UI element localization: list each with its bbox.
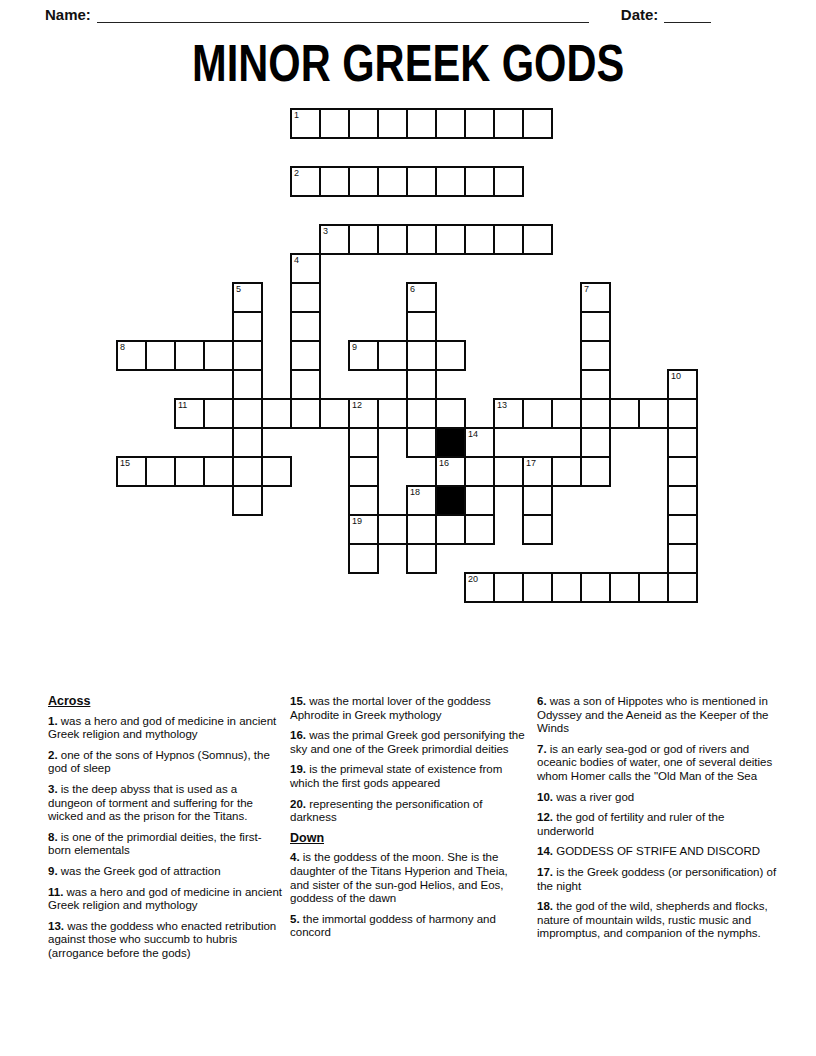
grid-cell[interactable] — [203, 340, 234, 371]
grid-cell[interactable]: 3 — [319, 224, 350, 255]
grid-cell[interactable] — [232, 340, 263, 371]
across-header: Across — [48, 695, 284, 709]
grid-cell[interactable] — [406, 340, 437, 371]
grid-cell[interactable] — [232, 398, 263, 429]
grid-cell[interactable]: 16 — [435, 456, 466, 487]
grid-cell[interactable] — [435, 224, 466, 255]
grid-cell[interactable] — [174, 340, 205, 371]
grid-cell[interactable] — [319, 108, 350, 139]
cell-number: 5 — [236, 284, 241, 294]
grid-cell[interactable]: 8 — [116, 340, 147, 371]
grid-cell[interactable] — [348, 108, 379, 139]
clue-3-across: 3. is the deep abyss that is used as a d… — [48, 783, 284, 824]
grid-cell[interactable] — [319, 398, 350, 429]
cell-number: 17 — [526, 458, 536, 468]
cell-number: 3 — [323, 226, 328, 236]
clue-19-across: 19. is the primeval state of existence f… — [290, 763, 530, 790]
grid-cell[interactable] — [406, 427, 437, 458]
cell-number: 4 — [294, 255, 299, 265]
grid-cell[interactable] — [145, 340, 176, 371]
grid-cell[interactable] — [464, 485, 495, 516]
clue-5-down: 5. the immortal goddess of harmony and c… — [290, 913, 530, 940]
grid-cell[interactable] — [290, 340, 321, 371]
grid-cell[interactable] — [348, 427, 379, 458]
grid-cell[interactable] — [377, 398, 408, 429]
grid-cell[interactable] — [203, 398, 234, 429]
grid-cell[interactable] — [319, 166, 350, 197]
grid-cell[interactable] — [580, 398, 611, 429]
grid-cell[interactable] — [551, 572, 582, 603]
grid-cell[interactable] — [580, 572, 611, 603]
worksheet-page: Name: Date: MINOR GREEK GODS 12345678910… — [0, 0, 816, 1056]
page-title: MINOR GREEK GODS — [192, 36, 624, 90]
grid-cell[interactable] — [464, 108, 495, 139]
grid-cell[interactable] — [290, 398, 321, 429]
grid-cell[interactable] — [377, 108, 408, 139]
grid-cell[interactable] — [551, 456, 582, 487]
cell-number: 10 — [671, 371, 681, 381]
grid-cell[interactable] — [580, 340, 611, 371]
grid-cell[interactable]: 17 — [522, 456, 553, 487]
grid-cell[interactable] — [435, 340, 466, 371]
grid-cell[interactable] — [464, 224, 495, 255]
cell-number: 18 — [410, 487, 420, 497]
clue-8-across: 8. is one of the primordial deities, the… — [48, 831, 284, 858]
grid-cell[interactable] — [464, 456, 495, 487]
grid-cell[interactable] — [580, 427, 611, 458]
grid-cell[interactable] — [261, 398, 292, 429]
cell-number: 16 — [439, 458, 449, 468]
grid-cell[interactable]: 7 — [580, 282, 611, 313]
grid-cell[interactable]: 11 — [174, 398, 205, 429]
grid-cell[interactable]: 18 — [406, 485, 437, 516]
cell-number: 2 — [294, 168, 299, 178]
clue-14-down: 14. GODDESS OF STRIFE AND DISCORD — [537, 845, 781, 859]
grid-cell[interactable] — [580, 311, 611, 342]
cell-number: 20 — [468, 574, 478, 584]
grid-cell[interactable] — [522, 572, 553, 603]
clue-4-down: 4. is the goddess of the moon. She is th… — [290, 851, 530, 905]
grid-cell[interactable] — [638, 572, 669, 603]
grid-cell[interactable]: 9 — [348, 340, 379, 371]
grid-cell[interactable] — [493, 572, 524, 603]
grid-cell[interactable] — [435, 108, 466, 139]
cell-number: 7 — [584, 284, 589, 294]
title-wrap: MINOR GREEK GODS — [0, 36, 816, 90]
grid-cell[interactable]: 15 — [116, 456, 147, 487]
clue-17-down: 17. is the Greek goddess (or personifica… — [537, 866, 781, 893]
grid-cell[interactable] — [377, 166, 408, 197]
grid-cell[interactable] — [377, 224, 408, 255]
grid-cell[interactable]: 6 — [406, 282, 437, 313]
grid-cell[interactable]: 12 — [348, 398, 379, 429]
clue-16-across: 16. was the primal Greek god personifyin… — [290, 729, 530, 756]
grid-cell[interactable] — [667, 572, 698, 603]
date-label: Date: — [621, 6, 659, 23]
grid-cell[interactable] — [232, 456, 263, 487]
grid-cell[interactable] — [348, 485, 379, 516]
name-input-line[interactable] — [97, 7, 589, 23]
grid-cell[interactable] — [174, 456, 205, 487]
clue-column-1: Across 1. was a hero and god of medicine… — [48, 695, 284, 968]
grid-cell[interactable]: 5 — [232, 282, 263, 313]
grid-cell[interactable] — [580, 456, 611, 487]
clue-15-across: 15. was the mortal lover of the goddess … — [290, 695, 530, 722]
clue-2-across: 2. one of the sons of Hypnos (Somnus), t… — [48, 749, 284, 776]
cell-number: 6 — [410, 284, 415, 294]
grid-cell[interactable] — [203, 456, 234, 487]
clue-10-down: 10. was a river god — [537, 791, 781, 805]
clue-column-2: 15. was the mortal lover of the goddess … — [290, 695, 530, 947]
grid-cell[interactable] — [493, 456, 524, 487]
cell-number: 1 — [294, 110, 299, 120]
grid-cell[interactable] — [522, 108, 553, 139]
grid-cell[interactable]: 20 — [464, 572, 495, 603]
cell-number: 13 — [497, 400, 507, 410]
grid-cell[interactable]: 10 — [667, 369, 698, 400]
grid-cell[interactable] — [609, 398, 640, 429]
grid-cell[interactable] — [232, 369, 263, 400]
clue-12-down: 12. the god of fertility and ruler of th… — [537, 811, 781, 838]
grid-cell[interactable] — [261, 456, 292, 487]
grid-cell[interactable] — [232, 311, 263, 342]
clue-13-across: 13. was the goddess who enacted retribut… — [48, 920, 284, 961]
grid-cell[interactable] — [145, 456, 176, 487]
grid-cell[interactable] — [493, 166, 524, 197]
clue-20-across: 20. representing the personification of … — [290, 798, 530, 825]
cell-number: 19 — [352, 516, 362, 526]
cell-number: 15 — [120, 458, 130, 468]
grid-cell[interactable] — [464, 166, 495, 197]
name-date-row: Name: Date: — [45, 6, 713, 23]
grid-cell[interactable] — [406, 514, 437, 545]
grid-cell[interactable] — [435, 514, 466, 545]
grid-cell[interactable]: 1 — [290, 108, 321, 139]
clue-6-down: 6. was a son of Hippotes who is mentione… — [537, 695, 781, 736]
grid-cell[interactable] — [522, 398, 553, 429]
clue-1-across: 1. was a hero and god of medicine in anc… — [48, 715, 284, 742]
black-cell — [435, 485, 466, 516]
cell-number: 9 — [352, 342, 357, 352]
black-cell — [435, 427, 466, 458]
grid-cell[interactable] — [667, 398, 698, 429]
grid-cell[interactable] — [667, 427, 698, 458]
grid-cell[interactable] — [406, 543, 437, 574]
grid-cell[interactable] — [609, 572, 640, 603]
grid-cell[interactable] — [435, 398, 466, 429]
crossword-grid: 1234567891011121314151617181920 — [116, 108, 698, 603]
grid-cell[interactable] — [464, 514, 495, 545]
grid-cell[interactable] — [290, 311, 321, 342]
grid-cell[interactable] — [348, 543, 379, 574]
grid-cell[interactable]: 14 — [464, 427, 495, 458]
grid-cell[interactable]: 2 — [290, 166, 321, 197]
grid-cell[interactable] — [638, 398, 669, 429]
grid-cell[interactable] — [290, 369, 321, 400]
grid-cell[interactable] — [348, 224, 379, 255]
clue-9-across: 9. was the Greek god of attraction — [48, 865, 284, 879]
grid-cell[interactable] — [406, 311, 437, 342]
cell-number: 12 — [352, 400, 362, 410]
cell-number: 14 — [468, 429, 478, 439]
down-header: Down — [290, 832, 530, 846]
grid-cell[interactable] — [493, 224, 524, 255]
grid-cell[interactable] — [232, 427, 263, 458]
grid-cell[interactable] — [406, 224, 437, 255]
clue-11-across: 11. was a hero and god of medicine in an… — [48, 886, 284, 913]
grid-cell[interactable] — [232, 485, 263, 516]
grid-cell[interactable] — [377, 514, 408, 545]
clue-18-down: 18. the god of the wild, shepherds and f… — [537, 900, 781, 941]
grid-cell[interactable] — [377, 340, 408, 371]
grid-cell[interactable] — [522, 224, 553, 255]
grid-cell[interactable] — [522, 485, 553, 516]
grid-cell[interactable] — [522, 514, 553, 545]
grid-cell[interactable] — [493, 108, 524, 139]
grid-cell[interactable] — [435, 166, 466, 197]
grid-cell[interactable] — [290, 282, 321, 313]
grid-cell[interactable] — [406, 108, 437, 139]
grid-cell[interactable] — [406, 166, 437, 197]
grid-cell[interactable] — [667, 543, 698, 574]
grid-cell[interactable]: 19 — [348, 514, 379, 545]
clue-7-down: 7. is an early sea-god or god of rivers … — [537, 743, 781, 784]
grid-cell[interactable] — [551, 398, 582, 429]
grid-cell[interactable]: 13 — [493, 398, 524, 429]
grid-cell[interactable] — [406, 398, 437, 429]
cell-number: 11 — [178, 400, 187, 410]
grid-cell[interactable] — [348, 456, 379, 487]
grid-cell[interactable] — [348, 166, 379, 197]
name-label: Name: — [45, 6, 91, 23]
date-input-line[interactable] — [664, 7, 711, 23]
grid-cell[interactable] — [580, 369, 611, 400]
clue-column-3: 6. was a son of Hippotes who is mentione… — [537, 695, 781, 948]
grid-cell[interactable] — [667, 514, 698, 545]
grid-cell[interactable] — [406, 369, 437, 400]
grid-cell[interactable] — [667, 456, 698, 487]
grid-cell[interactable] — [667, 485, 698, 516]
grid-cell[interactable]: 4 — [290, 253, 321, 284]
cell-number: 8 — [120, 342, 125, 352]
